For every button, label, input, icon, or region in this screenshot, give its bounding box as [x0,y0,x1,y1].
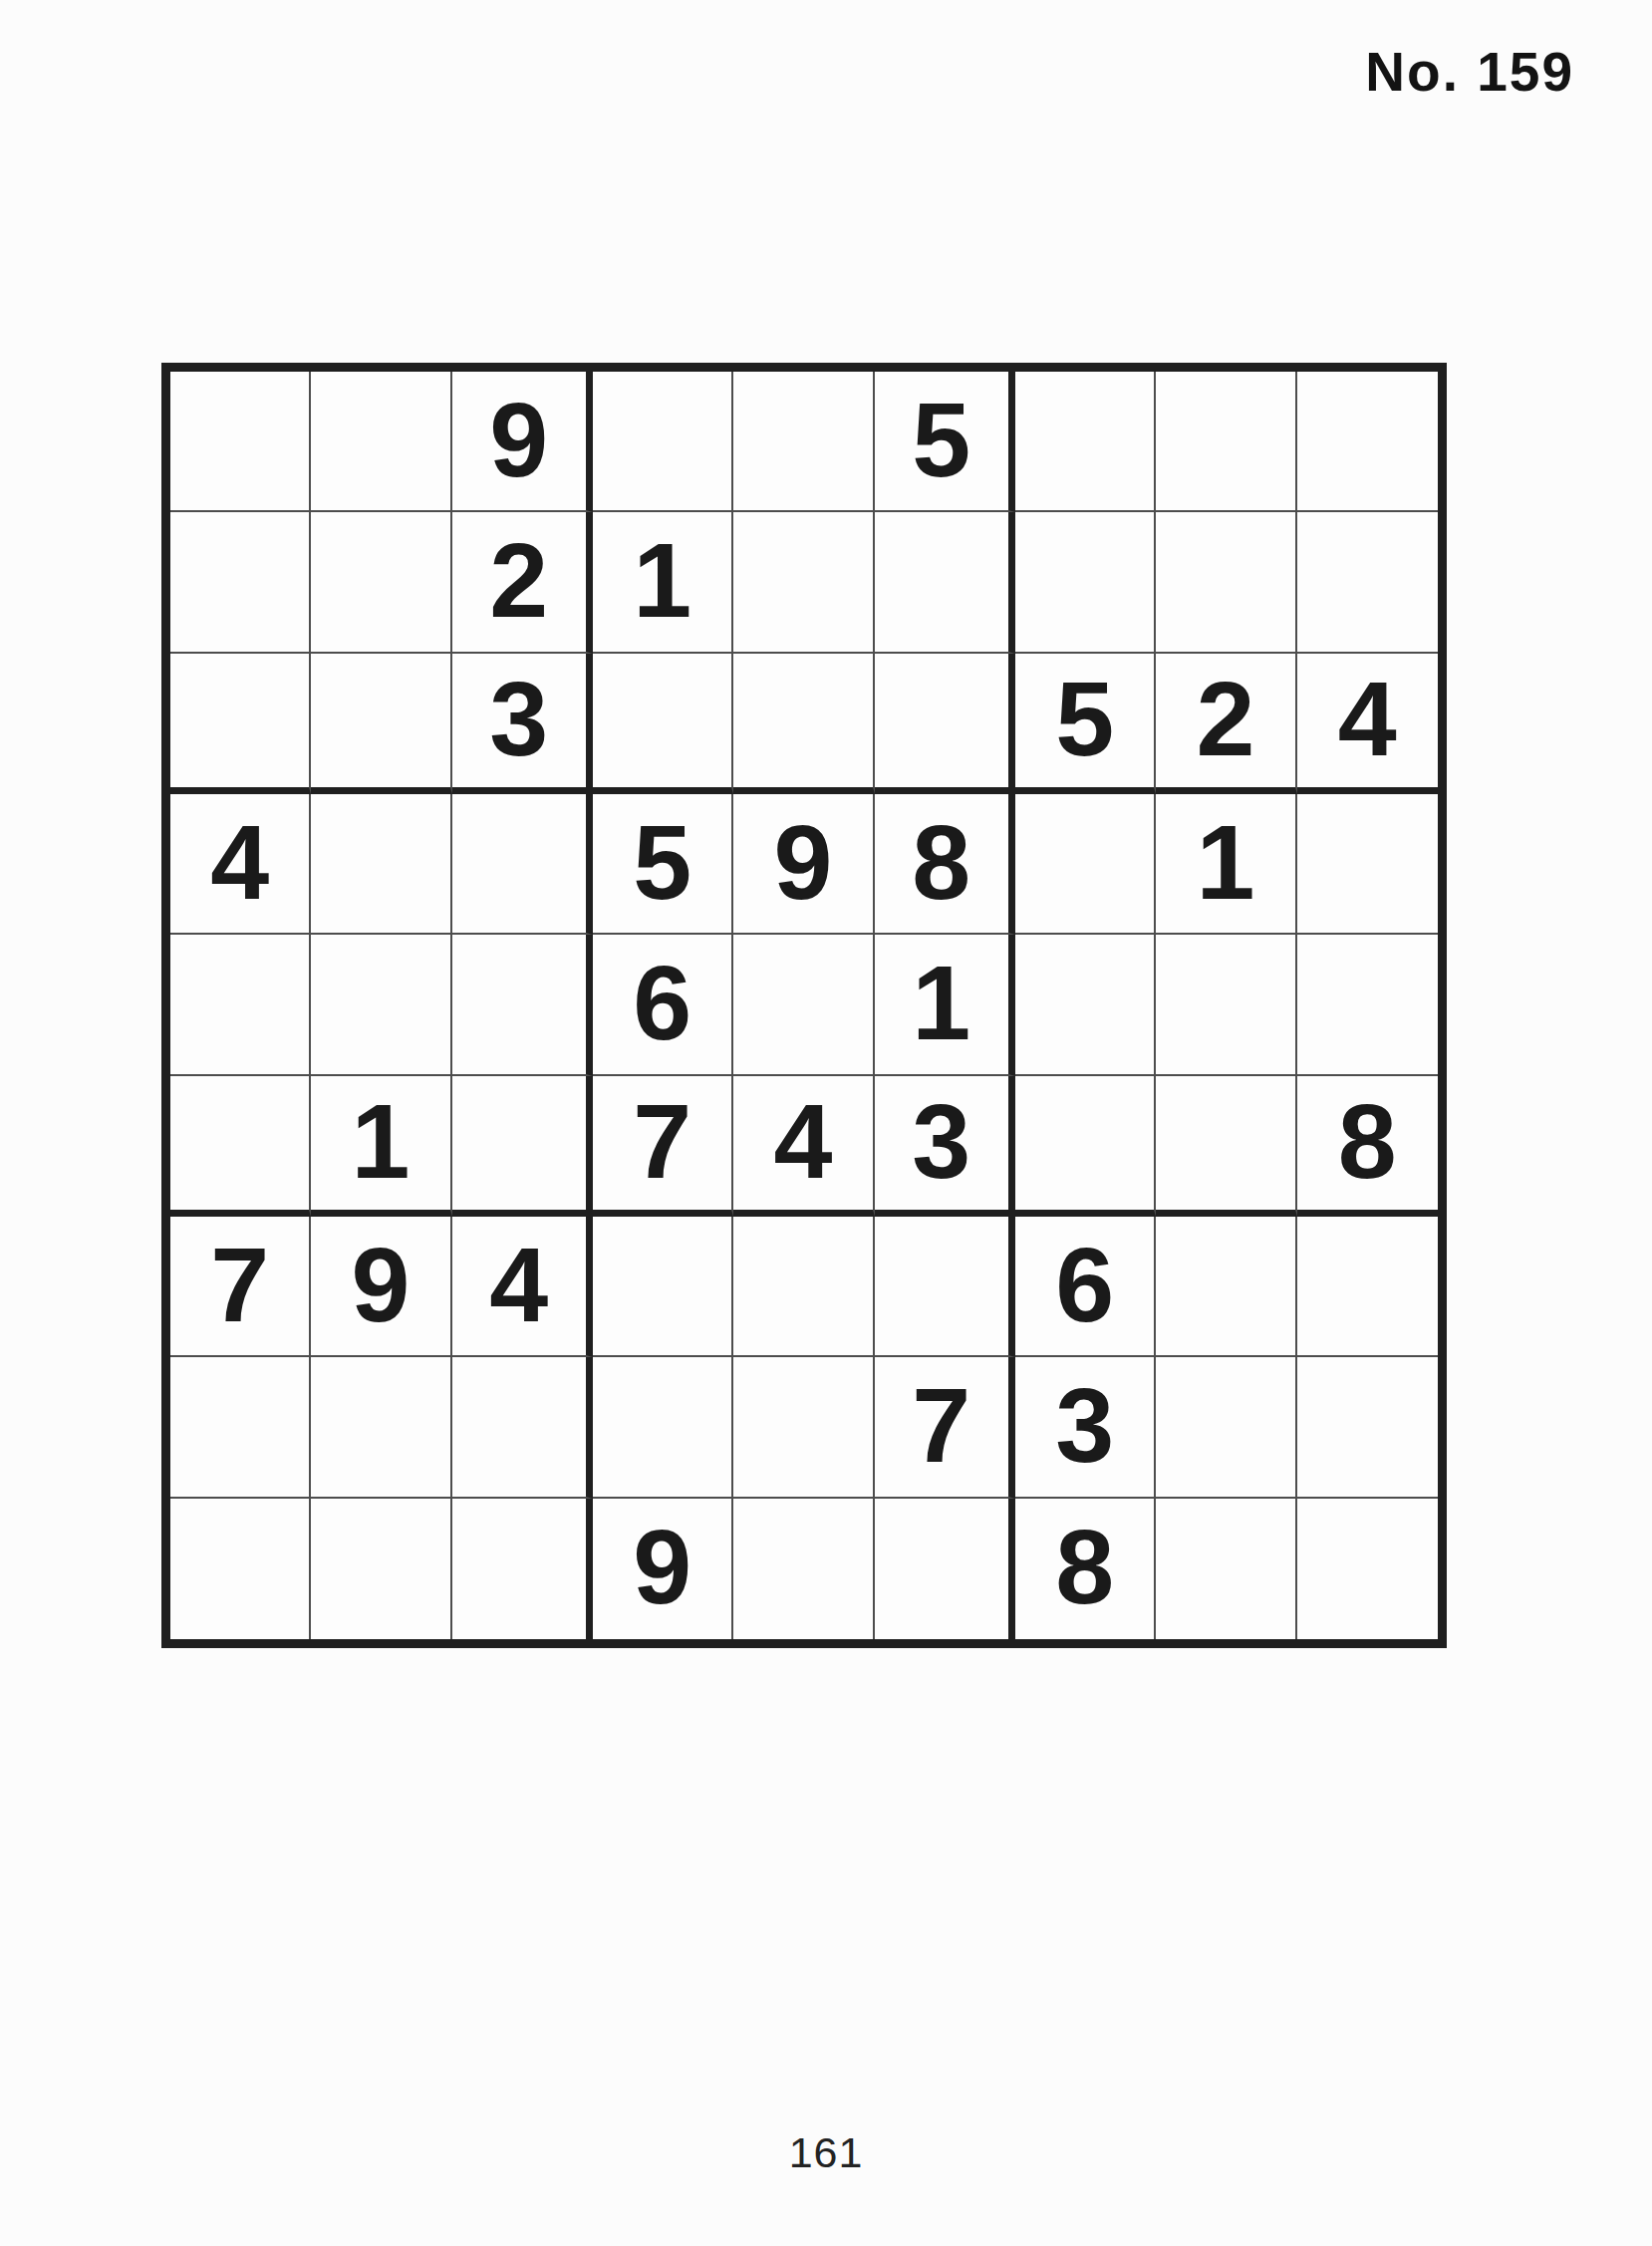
cell-r9c8[interactable] [1156,1499,1296,1639]
cell-r6c5: 4 [733,1076,874,1217]
cell-r1c4[interactable] [593,372,733,512]
cell-r4c7[interactable] [1015,794,1156,935]
cell-r6c8[interactable] [1156,1076,1296,1217]
cell-r8c9[interactable] [1297,1357,1438,1498]
cell-r8c2[interactable] [311,1357,451,1498]
given-digit: 9 [352,1232,411,1337]
cell-r7c5[interactable] [733,1217,874,1357]
cell-r8c5[interactable] [733,1357,874,1498]
given-digit: 3 [912,1088,970,1194]
cell-r9c3[interactable] [452,1499,593,1639]
given-digit: 4 [1338,666,1397,771]
given-digit: 7 [210,1232,269,1337]
cell-r7c7: 6 [1015,1217,1156,1357]
given-digit: 4 [774,1088,833,1194]
cell-r6c7[interactable] [1015,1076,1156,1217]
cell-r5c8[interactable] [1156,935,1296,1075]
cell-r7c9[interactable] [1297,1217,1438,1357]
cell-r3c3: 3 [452,654,593,794]
cell-r1c3: 9 [452,372,593,512]
cell-r7c8[interactable] [1156,1217,1296,1357]
cell-r4c8: 1 [1156,794,1296,935]
given-digit: 5 [1055,666,1114,771]
given-digit: 5 [912,387,970,492]
cell-r9c9[interactable] [1297,1499,1438,1639]
given-digit: 8 [1055,1514,1114,1619]
given-digit: 1 [633,527,691,633]
given-digit: 2 [1197,666,1255,771]
given-digit: 7 [633,1088,691,1194]
given-digit: 4 [489,1232,548,1337]
cell-r1c8[interactable] [1156,372,1296,512]
given-digit: 6 [1055,1232,1114,1337]
cell-r9c5[interactable] [733,1499,874,1639]
cell-r3c1[interactable] [170,654,311,794]
sudoku-grid: 9521352445981611743879467398 [161,363,1447,1648]
cell-r6c2: 1 [311,1076,451,1217]
cell-r9c4: 9 [593,1499,733,1639]
cell-r3c8: 2 [1156,654,1296,794]
cell-r9c1[interactable] [170,1499,311,1639]
given-digit: 7 [912,1372,970,1478]
cell-r6c6: 3 [875,1076,1015,1217]
cell-r5c1[interactable] [170,935,311,1075]
cell-r1c6: 5 [875,372,1015,512]
cell-r1c5[interactable] [733,372,874,512]
given-digit: 8 [912,809,970,915]
cell-r1c9[interactable] [1297,372,1438,512]
given-digit: 9 [489,387,548,492]
cell-r7c2: 9 [311,1217,451,1357]
given-digit: 8 [1338,1088,1397,1194]
given-digit: 6 [633,950,691,1055]
cell-r3c7: 5 [1015,654,1156,794]
cell-r8c3[interactable] [452,1357,593,1498]
cell-r2c5[interactable] [733,512,874,653]
cell-r8c4[interactable] [593,1357,733,1498]
cell-r2c4: 1 [593,512,733,653]
cell-r7c3: 4 [452,1217,593,1357]
cell-r9c2[interactable] [311,1499,451,1639]
cell-r8c6: 7 [875,1357,1015,1498]
given-digit: 4 [210,809,269,915]
cell-r4c2[interactable] [311,794,451,935]
cell-r2c2[interactable] [311,512,451,653]
cell-r1c2[interactable] [311,372,451,512]
cell-r7c1: 7 [170,1217,311,1357]
cell-r3c9: 4 [1297,654,1438,794]
cell-r7c6[interactable] [875,1217,1015,1357]
cell-r2c3: 2 [452,512,593,653]
given-digit: 2 [489,527,548,633]
cell-r2c1[interactable] [170,512,311,653]
cell-r6c9: 8 [1297,1076,1438,1217]
cell-r8c1[interactable] [170,1357,311,1498]
cell-r2c9[interactable] [1297,512,1438,653]
cell-r3c2[interactable] [311,654,451,794]
book-page: No. 159 9521352445981611743879467398 161 [0,0,1652,2246]
cell-r4c6: 8 [875,794,1015,935]
cell-r5c5[interactable] [733,935,874,1075]
cell-r5c6: 1 [875,935,1015,1075]
page-number: 161 [0,2128,1652,2177]
cell-r4c1: 4 [170,794,311,935]
cell-r7c4[interactable] [593,1217,733,1357]
cell-r5c9[interactable] [1297,935,1438,1075]
given-digit: 1 [912,950,970,1055]
cell-r5c7[interactable] [1015,935,1156,1075]
cell-r4c5: 9 [733,794,874,935]
cell-r1c7[interactable] [1015,372,1156,512]
given-digit: 3 [1055,1372,1114,1478]
cell-r8c8[interactable] [1156,1357,1296,1498]
cell-r5c3[interactable] [452,935,593,1075]
cell-r9c6[interactable] [875,1499,1015,1639]
cell-r6c4: 7 [593,1076,733,1217]
cell-r4c9[interactable] [1297,794,1438,935]
given-digit: 3 [489,666,548,771]
cell-r4c4: 5 [593,794,733,935]
cell-r3c4[interactable] [593,654,733,794]
cell-r1c1[interactable] [170,372,311,512]
cell-r2c7[interactable] [1015,512,1156,653]
given-digit: 1 [352,1088,411,1194]
given-digit: 5 [633,809,691,915]
cell-r5c2[interactable] [311,935,451,1075]
cell-r5c4: 6 [593,935,733,1075]
given-digit: 1 [1197,809,1255,915]
cell-r6c1[interactable] [170,1076,311,1217]
cell-r6c3[interactable] [452,1076,593,1217]
given-digit: 9 [774,809,833,915]
cell-r2c8[interactable] [1156,512,1296,653]
cell-r4c3[interactable] [452,794,593,935]
given-digit: 9 [633,1514,691,1619]
cell-r3c6[interactable] [875,654,1015,794]
cell-r3c5[interactable] [733,654,874,794]
cell-r9c7: 8 [1015,1499,1156,1639]
cell-r8c7: 3 [1015,1357,1156,1498]
puzzle-number: No. 159 [1365,40,1574,104]
cell-r2c6[interactable] [875,512,1015,653]
